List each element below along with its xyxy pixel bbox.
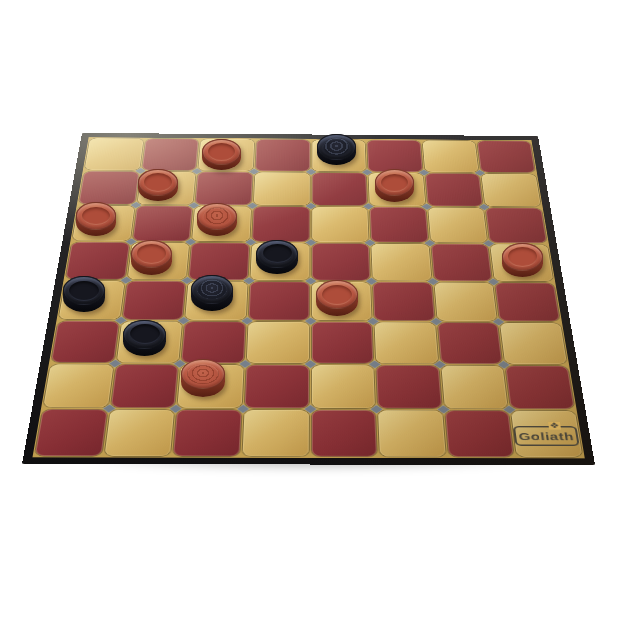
checker-top-face	[256, 240, 297, 268]
checker-top-face	[191, 275, 233, 304]
board-square-r8c1[interactable]	[35, 410, 107, 456]
board-square-r6c8[interactable]	[500, 323, 567, 364]
checkers-board: ❖ Goliath	[22, 133, 595, 465]
board-square-r2c8[interactable]	[482, 174, 541, 207]
board-square-r7c5[interactable]	[311, 365, 375, 409]
board-square-r3c5[interactable]	[312, 207, 369, 242]
board-grid	[32, 137, 584, 458]
checker-red-r5c5[interactable]	[316, 280, 358, 316]
board-square-r7c7[interactable]	[441, 365, 508, 408]
board-square-r1c6[interactable]	[367, 140, 422, 172]
checker-black-logo-r5c3[interactable]	[191, 275, 233, 311]
board-square-r1c7[interactable]	[422, 140, 478, 172]
board-square-r6c5[interactable]	[311, 322, 373, 363]
board-square-r1c4[interactable]	[255, 139, 309, 171]
checker-red-r2c2[interactable]	[138, 169, 177, 201]
checker-black-r4c4[interactable]	[256, 240, 297, 275]
board-square-r6c1[interactable]	[51, 321, 119, 362]
goliath-logo-text: Goliath	[518, 431, 575, 442]
board-square-r7c6[interactable]	[376, 365, 441, 408]
board-square-r4c1[interactable]	[66, 242, 130, 279]
checker-top-face	[502, 243, 543, 271]
board-square-r1c1[interactable]	[85, 138, 144, 170]
checker-red-r1c3[interactable]	[202, 139, 240, 170]
board-square-r2c1[interactable]	[79, 171, 139, 204]
checker-top-face	[76, 202, 116, 229]
checker-red-r2c6[interactable]	[375, 169, 414, 201]
board-square-r2c4[interactable]	[254, 172, 310, 205]
checker-red-r4c2[interactable]	[131, 240, 172, 275]
board-square-r6c3[interactable]	[182, 322, 246, 363]
board-square-r7c8[interactable]	[506, 366, 575, 409]
board-square-r6c6[interactable]	[375, 322, 438, 363]
checker-top-face	[138, 169, 177, 196]
board-square-r7c4[interactable]	[245, 365, 309, 409]
board-square-r8c5[interactable]	[311, 410, 377, 456]
board-square-r5c6[interactable]	[373, 282, 435, 321]
goliath-logo: ❖ Goliath	[513, 426, 580, 446]
board-square-r3c2[interactable]	[132, 206, 192, 241]
board-square-r5c2[interactable]	[122, 281, 186, 320]
checker-top-face	[63, 276, 105, 305]
checker-black-r6c2[interactable]	[123, 320, 166, 357]
checker-top-face	[181, 359, 225, 389]
board-square-r8c3[interactable]	[173, 410, 241, 456]
checker-top-face	[202, 139, 240, 165]
checker-red-r4c8[interactable]	[502, 243, 543, 278]
board-square-r2c7[interactable]	[425, 173, 483, 206]
board-square-r6c7[interactable]	[438, 323, 503, 364]
checker-black-logo-r1c5[interactable]	[317, 134, 355, 165]
photo-canvas: ❖ Goliath	[0, 0, 620, 620]
board-square-r4c5[interactable]	[312, 243, 371, 280]
board-square-r3c6[interactable]	[370, 207, 428, 242]
checker-black-r5c1[interactable]	[63, 276, 105, 312]
board-square-r8c2[interactable]	[104, 410, 174, 456]
checker-red-r3c1[interactable]	[76, 202, 116, 235]
board-square-r3c4[interactable]	[252, 207, 309, 242]
board-square-r4c6[interactable]	[371, 244, 431, 281]
checker-red-logo-r3c3[interactable]	[197, 203, 237, 236]
board-square-r7c1[interactable]	[43, 364, 113, 408]
checker-red-logo-r7c3[interactable]	[181, 359, 225, 397]
board-square-r1c8[interactable]	[477, 141, 535, 173]
checker-top-face	[123, 320, 166, 349]
board-square-r5c7[interactable]	[434, 282, 497, 321]
board-square-r8c7[interactable]	[445, 411, 514, 457]
board-square-r5c4[interactable]	[248, 281, 308, 320]
board-square-r4c7[interactable]	[431, 244, 492, 281]
board-square-r5c8[interactable]	[495, 282, 560, 321]
board-square-r6c4[interactable]	[247, 322, 309, 363]
board-square-r2c5[interactable]	[312, 172, 367, 205]
board-square-r1c2[interactable]	[142, 139, 199, 171]
board-square-r7c2[interactable]	[110, 364, 178, 408]
board-square-r8c6[interactable]	[378, 411, 445, 457]
checker-top-face	[375, 169, 414, 196]
board-square-r3c8[interactable]	[486, 208, 547, 243]
board-square-r3c7[interactable]	[428, 208, 488, 243]
board-square-r2c3[interactable]	[195, 172, 252, 205]
diamond-cluster-icon: ❖	[548, 422, 561, 430]
board-square-r8c4[interactable]	[242, 410, 308, 456]
